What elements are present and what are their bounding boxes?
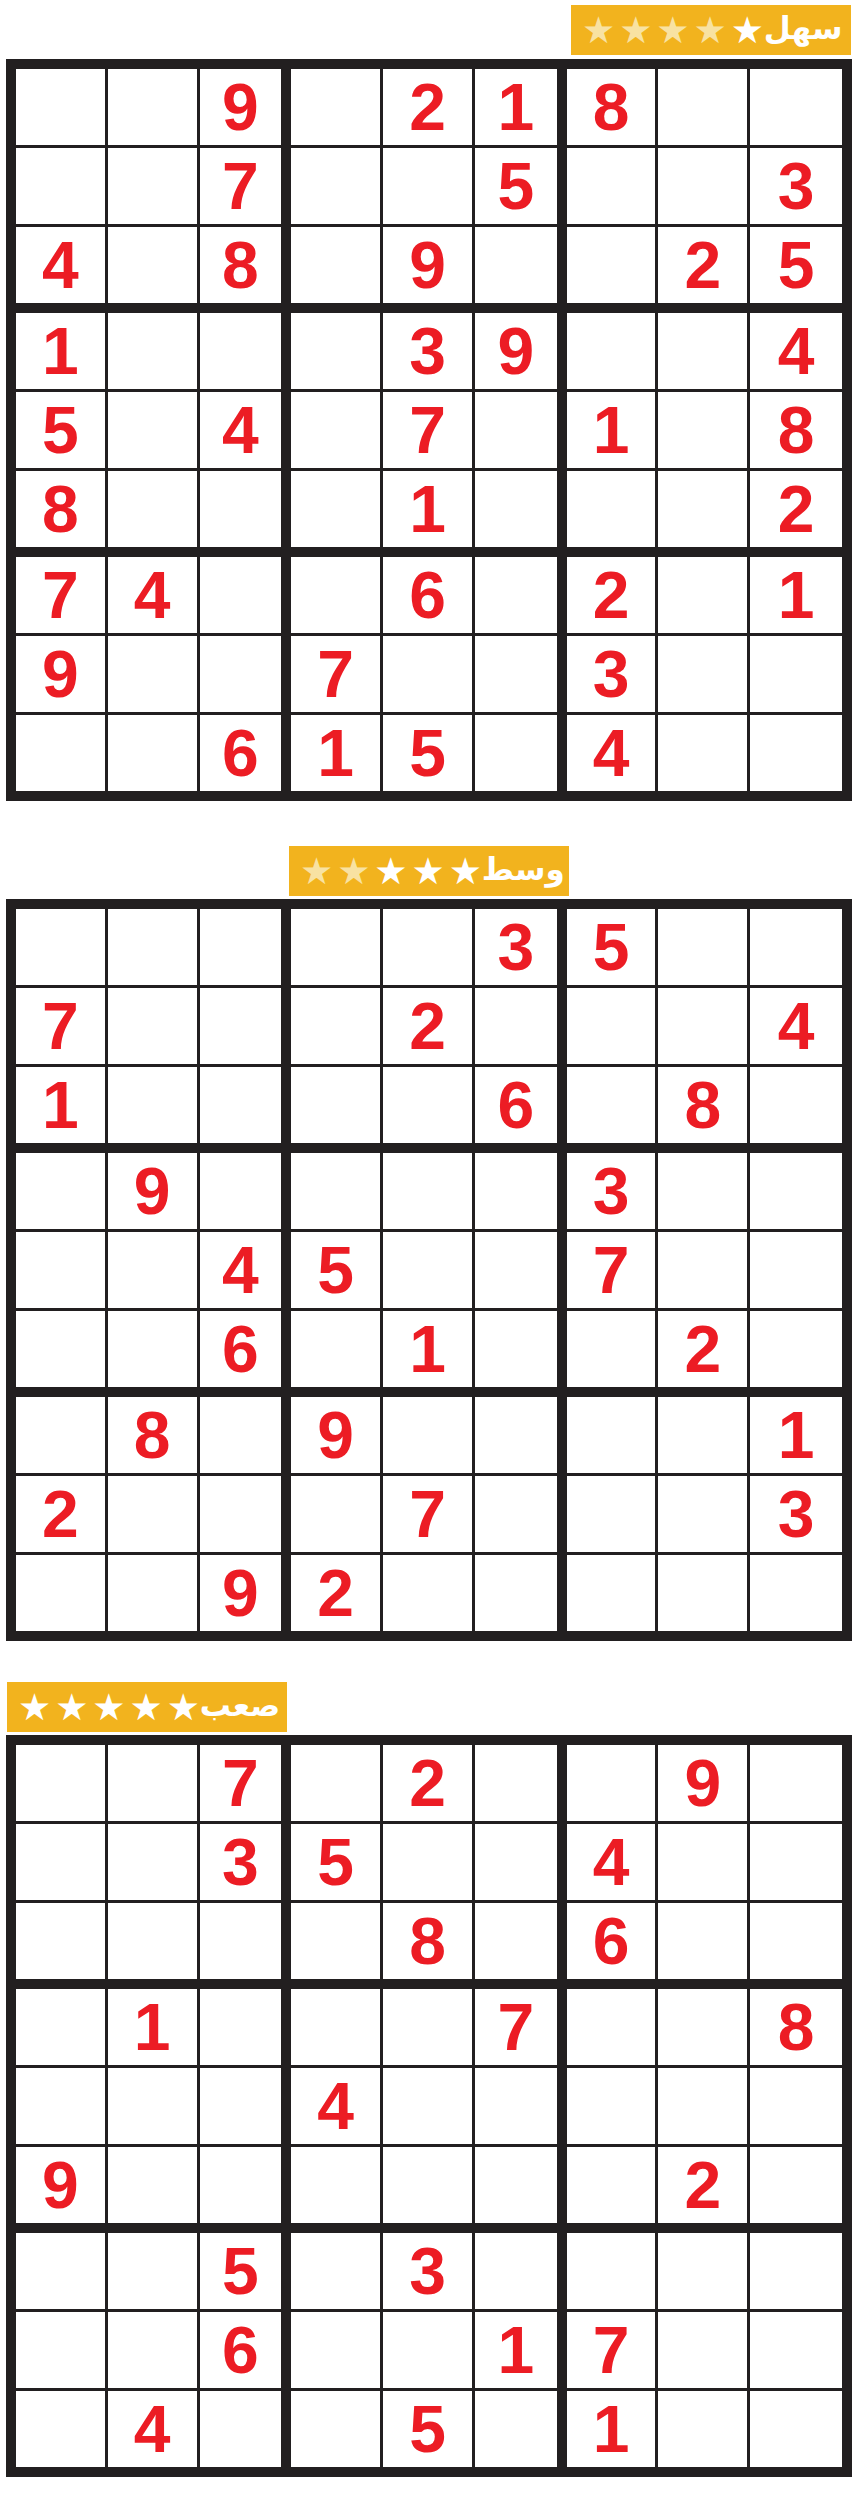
cell-r1c3[interactable] [200,909,292,988]
difficulty-stars-medium: ★★★★★ [300,853,482,890]
cell-r6c7[interactable] [567,2147,659,2233]
cell-r9c2[interactable] [108,1555,200,1631]
cell-r8c1: 9 [16,636,108,715]
star-filled-icon: ★ [374,853,407,890]
cell-r7c9: 1 [750,1397,842,1476]
cell-r9c3: 6 [200,715,292,791]
difficulty-stars-hard: ★★★★★ [18,1689,200,1726]
cell-r2c1[interactable] [16,148,108,227]
cell-r3c1[interactable] [16,1903,108,1989]
cell-r7c5: 6 [383,557,475,636]
cell-r5c9[interactable] [750,2068,842,2147]
star-filled-icon: ★ [167,1689,200,1726]
cell-r5c7[interactable] [567,2068,659,2147]
cell-r3c6[interactable] [475,227,567,313]
cell-r9c2: 4 [108,2391,200,2467]
cell-r2c9: 3 [750,148,842,227]
cell-r1c1[interactable] [16,1745,108,1824]
cell-r9c5: 5 [383,715,475,791]
cell-r2c8[interactable] [658,1824,750,1903]
star-filled-icon: ★ [92,1689,125,1726]
cell-r9c8[interactable] [658,715,750,791]
cell-r9c6[interactable] [475,2391,567,2467]
cell-r6c8: 2 [658,2147,750,2233]
cell-r9c2[interactable] [108,715,200,791]
cell-r2c3: 3 [200,1824,292,1903]
cell-r2c7[interactable] [567,148,659,227]
cell-r2c6[interactable] [475,1824,567,1903]
cell-r5c9: 8 [750,392,842,471]
cell-r7c6[interactable] [475,1397,567,1476]
cell-r2c6: 5 [475,148,567,227]
cell-r1c7: 8 [567,69,659,148]
cell-r5c7: 7 [567,1232,659,1311]
cell-r3c1: 1 [16,1067,108,1153]
cell-r5c8[interactable] [658,392,750,471]
cell-r4c6: 7 [475,1989,567,2068]
cell-r4c3[interactable] [200,1989,292,2068]
cell-r5c8[interactable] [658,2068,750,2147]
difficulty-banner-easy: ★★★★★ سهل [571,5,851,55]
puzzle-medium: ★★★★★ وسط 357241689345761289127392 [0,846,858,1641]
cell-r6c6[interactable] [475,471,567,557]
cell-r1c8: 9 [658,1745,750,1824]
cell-r4c1[interactable] [16,1989,108,2068]
cell-r9c9[interactable] [750,1555,842,1631]
cell-r3c5: 9 [383,227,475,313]
cell-r8c2[interactable] [108,1476,200,1555]
sudoku-board-medium: 357241689345761289127392 [6,899,852,1641]
cell-r8c2[interactable] [108,2312,200,2391]
cell-r6c7[interactable] [567,471,659,557]
cell-r1c1[interactable] [16,69,108,148]
cell-r5c4: 4 [291,2068,383,2147]
cell-r7c9[interactable] [750,2233,842,2312]
cell-r7c1: 7 [16,557,108,636]
cell-r7c1[interactable] [16,2233,108,2312]
cell-r7c7: 2 [567,557,659,636]
cell-r8c7: 3 [567,636,659,715]
cell-r6c1[interactable] [16,1311,108,1397]
sudoku-board-hard: 7293548617849253617451 [6,1735,852,2477]
cell-r9c1[interactable] [16,2391,108,2467]
cell-r5c1[interactable] [16,1232,108,1311]
cell-r9c8[interactable] [658,2391,750,2467]
star-filled-icon: ★ [130,1689,163,1726]
cell-r5c2[interactable] [108,2068,200,2147]
cell-r8c6[interactable] [475,1476,567,1555]
cell-r9c5: 5 [383,2391,475,2467]
cell-r2c4[interactable] [291,148,383,227]
star-filled-icon: ★ [731,12,764,49]
cell-r9c6[interactable] [475,715,567,791]
cell-r9c7: 4 [567,715,659,791]
cell-r9c4: 2 [291,1555,383,1631]
star-empty-icon: ★ [619,12,652,49]
cell-r4c4[interactable] [291,1989,383,2068]
cell-r8c4[interactable] [291,2312,383,2391]
cell-r7c3[interactable] [200,1397,292,1476]
star-filled-icon: ★ [55,1689,88,1726]
cell-r6c4[interactable] [291,2147,383,2233]
cell-r2c7[interactable] [567,988,659,1067]
cell-r1c4[interactable] [291,69,383,148]
cell-r7c4[interactable] [291,2233,383,2312]
cell-r6c5: 1 [383,1311,475,1397]
cell-r2c2[interactable] [108,148,200,227]
cell-r2c3: 7 [200,148,292,227]
cell-r3c2[interactable] [108,227,200,313]
cell-r9c5[interactable] [383,1555,475,1631]
cell-r6c2[interactable] [108,1311,200,1397]
difficulty-banner-medium: ★★★★★ وسط [289,846,569,896]
cell-r5c5[interactable] [383,1232,475,1311]
cell-r7c3: 5 [200,2233,292,2312]
cell-r8c8[interactable] [658,2312,750,2391]
cell-r1c7: 5 [567,909,659,988]
cell-r4c8[interactable] [658,1989,750,2068]
cell-r6c6[interactable] [475,2147,567,2233]
cell-r4c7[interactable] [567,1989,659,2068]
cell-r7c8[interactable] [658,557,750,636]
cell-r8c3: 6 [200,2312,292,2391]
cell-r6c8: 2 [658,1311,750,1397]
cell-r4c6: 9 [475,313,567,392]
cell-r9c9[interactable] [750,2391,842,2467]
cell-r1c2[interactable] [108,69,200,148]
cell-r2c2[interactable] [108,988,200,1067]
cell-r8c5: 7 [383,1476,475,1555]
cell-r9c3[interactable] [200,2391,292,2467]
cell-r5c4: 5 [291,1232,383,1311]
difficulty-label-medium: وسط [482,854,565,889]
cell-r1c1[interactable] [16,909,108,988]
cell-r3c9[interactable] [750,1067,842,1153]
cell-r4c2[interactable] [108,313,200,392]
cell-r3c6: 6 [475,1067,567,1153]
cell-r4c2: 9 [108,1153,200,1232]
cell-r1c3: 7 [200,1745,292,1824]
banner-row-hard: ★★★★★ صعب [0,1682,858,1732]
cell-r6c3: 6 [200,1311,292,1397]
cell-r5c3[interactable] [200,2068,292,2147]
cell-r3c9: 5 [750,227,842,313]
cell-r1c6: 1 [475,69,567,148]
cell-r3c8[interactable] [658,1903,750,1989]
cell-r3c7[interactable] [567,1067,659,1153]
cell-r6c2[interactable] [108,2147,200,2233]
cell-r9c7[interactable] [567,1555,659,1631]
cell-r7c6[interactable] [475,557,567,636]
cell-r1c8[interactable] [658,69,750,148]
banner-row-easy: ★★★★★ سهل [0,5,858,55]
cell-r3c8: 8 [658,1067,750,1153]
cell-r6c3[interactable] [200,2147,292,2233]
cell-r3c1: 4 [16,227,108,313]
cell-r7c1[interactable] [16,1397,108,1476]
cell-r4c5[interactable] [383,1153,475,1232]
cell-r3c4[interactable] [291,227,383,313]
cell-r2c3[interactable] [200,988,292,1067]
cell-r8c3[interactable] [200,636,292,715]
cell-r1c7[interactable] [567,1745,659,1824]
cell-r5c3: 4 [200,1232,292,1311]
cell-r3c8: 2 [658,227,750,313]
cell-r3c2[interactable] [108,1903,200,1989]
star-empty-icon: ★ [694,12,727,49]
cell-r8c9[interactable] [750,2312,842,2391]
star-filled-icon: ★ [449,853,482,890]
cell-r5c6[interactable] [475,2068,567,2147]
cell-r7c5: 3 [383,2233,475,2312]
cell-r6c3[interactable] [200,471,292,557]
cell-r3c3[interactable] [200,1903,292,1989]
cell-r5c6[interactable] [475,392,567,471]
star-empty-icon: ★ [656,12,689,49]
cell-r5c5[interactable] [383,2068,475,2147]
cell-r7c7[interactable] [567,1397,659,1476]
cell-r3c2[interactable] [108,1067,200,1153]
cell-r9c4: 1 [291,715,383,791]
cell-r8c8[interactable] [658,1476,750,1555]
cell-r5c4[interactable] [291,392,383,471]
difficulty-label-hard: صعب [200,1690,280,1725]
cell-r6c2[interactable] [108,471,200,557]
cell-r5c5: 7 [383,392,475,471]
cell-r7c3[interactable] [200,557,292,636]
cell-r1c2[interactable] [108,1745,200,1824]
cell-r8c6: 1 [475,2312,567,2391]
cell-r2c6[interactable] [475,988,567,1067]
cell-r5c7: 1 [567,392,659,471]
cell-r8c1: 2 [16,1476,108,1555]
cell-r4c3[interactable] [200,1153,292,1232]
cell-r8c3[interactable] [200,1476,292,1555]
cell-r3c3[interactable] [200,1067,292,1153]
cell-r4c8[interactable] [658,313,750,392]
cell-r4c3[interactable] [200,313,292,392]
cell-r8c4: 7 [291,636,383,715]
cell-r4c2: 1 [108,1989,200,2068]
cell-r3c7[interactable] [567,227,659,313]
cell-r8c5[interactable] [383,2312,475,2391]
cell-r1c6[interactable] [475,1745,567,1824]
cell-r7c4: 9 [291,1397,383,1476]
cell-r1c2[interactable] [108,909,200,988]
cell-r6c6[interactable] [475,1311,567,1397]
cell-r6c5[interactable] [383,2147,475,2233]
cell-r2c5: 2 [383,988,475,1067]
cell-r5c2[interactable] [108,392,200,471]
cell-r2c8[interactable] [658,988,750,1067]
puzzle-hard: ★★★★★ صعب 7293548617849253617451 [0,1682,858,2477]
cell-r5c2[interactable] [108,1232,200,1311]
cell-r8c2[interactable] [108,636,200,715]
cell-r7c2: 8 [108,1397,200,1476]
cell-r3c3: 8 [200,227,292,313]
cell-r1c3: 9 [200,69,292,148]
cell-r8c8[interactable] [658,636,750,715]
puzzle-easy: ★★★★★ سهل 921875348925139454718812746219… [0,5,858,801]
star-empty-icon: ★ [582,12,615,49]
cell-r1c9[interactable] [750,1745,842,1824]
cell-r3c7: 6 [567,1903,659,1989]
cell-r1c5[interactable] [383,909,475,988]
cell-r7c9: 1 [750,557,842,636]
cell-r6c9: 2 [750,471,842,557]
cell-r2c5[interactable] [383,1824,475,1903]
cell-r6c1: 9 [16,2147,108,2233]
cell-r8c1[interactable] [16,2312,108,2391]
cell-r7c5[interactable] [383,1397,475,1476]
cell-r7c8[interactable] [658,2233,750,2312]
cell-r4c5[interactable] [383,1989,475,2068]
difficulty-label-easy: سهل [764,13,843,48]
cell-r6c8[interactable] [658,471,750,557]
star-filled-icon: ★ [18,1689,51,1726]
cell-r2c4: 5 [291,1824,383,1903]
difficulty-banner-hard: ★★★★★ صعب [7,1682,287,1732]
cell-r7c2[interactable] [108,2233,200,2312]
cell-r9c1[interactable] [16,1555,108,1631]
cell-r4c8[interactable] [658,1153,750,1232]
cell-r5c9[interactable] [750,1232,842,1311]
sudoku-board-easy: 921875348925139454718812746219736154 [6,59,852,801]
cell-r6c1: 8 [16,471,108,557]
cell-r3c4[interactable] [291,1067,383,1153]
cell-r4c6[interactable] [475,1153,567,1232]
cell-r2c8[interactable] [658,148,750,227]
cell-r5c8[interactable] [658,1232,750,1311]
cell-r8c7[interactable] [567,1476,659,1555]
cell-r8c7: 7 [567,2312,659,2391]
cell-r8c9: 3 [750,1476,842,1555]
cell-r8c9[interactable] [750,636,842,715]
cell-r8c6[interactable] [475,636,567,715]
cell-r8c5[interactable] [383,636,475,715]
cell-r1c9[interactable] [750,69,842,148]
cell-r5c6[interactable] [475,1232,567,1311]
cell-r6c4[interactable] [291,471,383,557]
cell-r7c4[interactable] [291,557,383,636]
cell-r3c9[interactable] [750,1903,842,1989]
cell-r7c6[interactable] [475,2233,567,2312]
star-empty-icon: ★ [337,853,370,890]
cell-r9c4[interactable] [291,2391,383,2467]
cell-r4c9: 8 [750,1989,842,2068]
cell-r6c4[interactable] [291,1311,383,1397]
cell-r4c1: 1 [16,313,108,392]
cell-r6c9[interactable] [750,2147,842,2233]
cell-r9c1[interactable] [16,715,108,791]
cell-r2c1[interactable] [16,1824,108,1903]
cell-r9c6[interactable] [475,1555,567,1631]
cell-r9c9[interactable] [750,715,842,791]
cell-r9c7: 1 [567,2391,659,2467]
cell-r6c9[interactable] [750,1311,842,1397]
banner-row-medium: ★★★★★ وسط [0,846,858,896]
cell-r2c9[interactable] [750,1824,842,1903]
cell-r1c5: 2 [383,1745,475,1824]
cell-r4c7: 3 [567,1153,659,1232]
cell-r1c5: 2 [383,69,475,148]
cell-r7c2: 4 [108,557,200,636]
cell-r2c1: 7 [16,988,108,1067]
difficulty-stars-easy: ★★★★★ [582,12,764,49]
cell-r4c4[interactable] [291,1153,383,1232]
cell-r4c5: 3 [383,313,475,392]
cell-r4c4[interactable] [291,313,383,392]
cell-r3c5: 8 [383,1903,475,1989]
cell-r8c4[interactable] [291,1476,383,1555]
cell-r3c4[interactable] [291,1903,383,1989]
cell-r4c7[interactable] [567,313,659,392]
cell-r4c9[interactable] [750,1153,842,1232]
cell-r1c4[interactable] [291,909,383,988]
star-empty-icon: ★ [300,853,333,890]
cell-r9c3: 9 [200,1555,292,1631]
cell-r1c8[interactable] [658,909,750,988]
cell-r5c1: 5 [16,392,108,471]
cell-r5c3: 4 [200,392,292,471]
star-filled-icon: ★ [412,853,445,890]
cell-r1c6: 3 [475,909,567,988]
cell-r1c4[interactable] [291,1745,383,1824]
cell-r3c5[interactable] [383,1067,475,1153]
cell-r2c2[interactable] [108,1824,200,1903]
cell-r2c5[interactable] [383,148,475,227]
cell-r7c7[interactable] [567,2233,659,2312]
cell-r4c1[interactable] [16,1153,108,1232]
cell-r7c8[interactable] [658,1397,750,1476]
cell-r6c5: 1 [383,471,475,557]
cell-r9c8[interactable] [658,1555,750,1631]
cell-r3c6[interactable] [475,1903,567,1989]
cell-r2c7: 4 [567,1824,659,1903]
cell-r6c7[interactable] [567,1311,659,1397]
cell-r2c9: 4 [750,988,842,1067]
cell-r2c4[interactable] [291,988,383,1067]
cell-r1c9[interactable] [750,909,842,988]
cell-r5c1[interactable] [16,2068,108,2147]
cell-r4c9: 4 [750,313,842,392]
